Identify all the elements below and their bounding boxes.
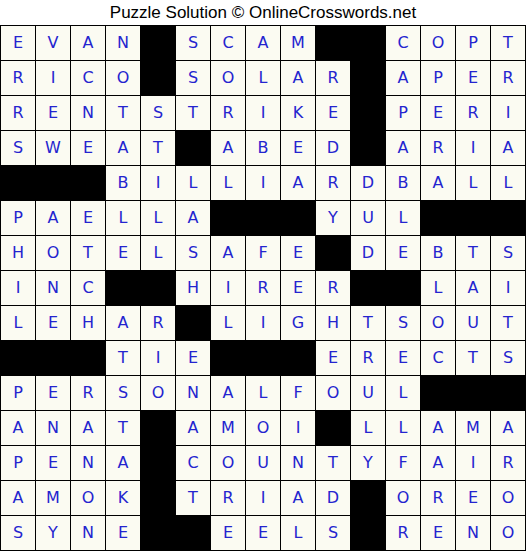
letter-cell: R [316, 61, 351, 96]
letter-cell: O [421, 306, 456, 341]
crossword-grid: EVANSCAMCOPTRICOSOLARAPERRENTSTRIKEPERIS… [0, 25, 526, 551]
letter-cell: D [316, 481, 351, 516]
black-cell [141, 26, 176, 61]
letter-cell: A [176, 411, 211, 446]
letter-cell: C [421, 341, 456, 376]
black-cell [316, 26, 351, 61]
letter-cell: L [386, 376, 421, 411]
letter-cell: A [281, 61, 316, 96]
letter-cell: C [71, 271, 106, 306]
letter-cell: I [456, 446, 491, 481]
letter-cell: R [386, 516, 421, 551]
letter-cell: T [491, 26, 526, 61]
letter-cell: I [491, 271, 526, 306]
black-cell [456, 376, 491, 411]
letter-cell: E [1, 26, 36, 61]
letter-cell: E [456, 61, 491, 96]
black-cell [246, 341, 281, 376]
letter-cell: A [36, 201, 71, 236]
letter-cell: N [36, 411, 71, 446]
black-cell [351, 271, 386, 306]
letter-cell: B [386, 166, 421, 201]
letter-cell: E [421, 516, 456, 551]
black-cell [491, 201, 526, 236]
letter-cell: I [281, 411, 316, 446]
letter-cell: S [316, 516, 351, 551]
letter-cell: P [1, 376, 36, 411]
letter-cell: N [456, 516, 491, 551]
letter-cell: U [351, 201, 386, 236]
black-cell [176, 131, 211, 166]
letter-cell: I [36, 61, 71, 96]
black-cell [1, 166, 36, 201]
letter-cell: I [211, 271, 246, 306]
black-cell [141, 516, 176, 551]
letter-cell: R [351, 341, 386, 376]
letter-cell: B [106, 166, 141, 201]
letter-cell: N [36, 271, 71, 306]
letter-cell: H [1, 236, 36, 271]
letter-cell: E [281, 236, 316, 271]
letter-cell: A [246, 26, 281, 61]
page-title: Puzzle Solution © OnlineCrosswords.net [110, 3, 416, 23]
letter-cell: L [141, 201, 176, 236]
letter-cell: E [281, 131, 316, 166]
letter-cell: C [176, 446, 211, 481]
letter-cell: O [246, 411, 281, 446]
letter-cell: A [1, 411, 36, 446]
letter-cell: S [106, 376, 141, 411]
letter-cell: E [36, 96, 71, 131]
letter-cell: M [281, 26, 316, 61]
letter-cell: P [386, 96, 421, 131]
letter-cell: R [1, 61, 36, 96]
black-cell [141, 481, 176, 516]
letter-cell: A [281, 166, 316, 201]
letter-cell: T [491, 306, 526, 341]
letter-cell: A [386, 61, 421, 96]
letter-cell: A [421, 411, 456, 446]
letter-cell: A [386, 131, 421, 166]
letter-cell: O [211, 446, 246, 481]
letter-cell: T [176, 96, 211, 131]
crossword-solution-page: Puzzle Solution © OnlineCrosswords.net E… [0, 0, 526, 551]
letter-cell: L [1, 306, 36, 341]
letter-cell: K [106, 481, 141, 516]
black-cell [176, 516, 211, 551]
black-cell [246, 201, 281, 236]
letter-cell: F [281, 376, 316, 411]
letter-cell: T [106, 411, 141, 446]
letter-cell: B [246, 131, 281, 166]
letter-cell: R [1, 96, 36, 131]
letter-cell: S [491, 341, 526, 376]
black-cell [421, 376, 456, 411]
black-cell [211, 201, 246, 236]
letter-cell: R [316, 166, 351, 201]
letter-cell: N [106, 26, 141, 61]
letter-cell: D [351, 166, 386, 201]
letter-cell: A [1, 481, 36, 516]
letter-cell: O [386, 481, 421, 516]
black-cell [316, 236, 351, 271]
letter-cell: R [421, 131, 456, 166]
letter-cell: A [281, 481, 316, 516]
black-cell [351, 61, 386, 96]
letter-cell: P [456, 26, 491, 61]
letter-cell: R [141, 306, 176, 341]
letter-cell: S [386, 306, 421, 341]
letter-cell: M [211, 411, 246, 446]
letter-cell: R [211, 96, 246, 131]
letter-cell: T [456, 236, 491, 271]
letter-cell: T [106, 341, 141, 376]
letter-cell: H [176, 271, 211, 306]
letter-cell: T [106, 96, 141, 131]
letter-cell: L [386, 201, 421, 236]
letter-cell: E [36, 306, 71, 341]
letter-cell: A [211, 376, 246, 411]
letter-cell: P [1, 446, 36, 481]
letter-cell: R [316, 271, 351, 306]
letter-cell: E [211, 516, 246, 551]
letter-cell: E [421, 96, 456, 131]
letter-cell: U [456, 306, 491, 341]
letter-cell: L [246, 376, 281, 411]
letter-cell: U [246, 446, 281, 481]
letter-cell: D [316, 131, 351, 166]
letter-cell: E [281, 271, 316, 306]
black-cell [211, 341, 246, 376]
letter-cell: R [246, 271, 281, 306]
letter-cell: Y [351, 446, 386, 481]
letter-cell: M [456, 411, 491, 446]
letter-cell: C [71, 61, 106, 96]
letter-cell: I [1, 271, 36, 306]
letter-cell: C [386, 26, 421, 61]
letter-cell: L [211, 306, 246, 341]
letter-cell: G [281, 306, 316, 341]
letter-cell: A [421, 166, 456, 201]
letter-cell: R [456, 96, 491, 131]
letter-cell: U [351, 376, 386, 411]
letter-cell: A [106, 131, 141, 166]
black-cell [141, 411, 176, 446]
letter-cell: L [106, 201, 141, 236]
letter-cell: A [106, 446, 141, 481]
letter-cell: R [211, 481, 246, 516]
letter-cell: A [491, 131, 526, 166]
letter-cell: L [211, 166, 246, 201]
letter-cell: H [316, 306, 351, 341]
black-cell [71, 166, 106, 201]
letter-cell: A [106, 306, 141, 341]
letter-cell: S [1, 131, 36, 166]
letter-cell: N [281, 446, 316, 481]
letter-cell: E [71, 131, 106, 166]
letter-cell: L [491, 166, 526, 201]
letter-cell: D [351, 236, 386, 271]
letter-cell: A [71, 26, 106, 61]
letter-cell: N [71, 96, 106, 131]
letter-cell: F [246, 236, 281, 271]
letter-cell: Y [36, 516, 71, 551]
letter-cell: I [246, 166, 281, 201]
letter-cell: E [36, 446, 71, 481]
letter-cell: L [141, 236, 176, 271]
letter-cell: T [71, 236, 106, 271]
letter-cell: O [106, 61, 141, 96]
letter-cell: I [491, 96, 526, 131]
letter-cell: W [36, 131, 71, 166]
letter-cell: E [386, 341, 421, 376]
letter-cell: E [316, 96, 351, 131]
black-cell [281, 341, 316, 376]
letter-cell: M [36, 481, 71, 516]
letter-cell: B [421, 236, 456, 271]
letter-cell: N [176, 376, 211, 411]
letter-cell: P [1, 201, 36, 236]
letter-cell: C [211, 26, 246, 61]
letter-cell: I [246, 481, 281, 516]
letter-cell: L [386, 411, 421, 446]
black-cell [71, 341, 106, 376]
letter-cell: A [456, 271, 491, 306]
letter-cell: A [71, 411, 106, 446]
letter-cell: S [1, 516, 36, 551]
letter-cell: T [456, 341, 491, 376]
letter-cell: N [71, 516, 106, 551]
letter-cell: I [456, 131, 491, 166]
letter-cell: S [176, 26, 211, 61]
black-cell [36, 341, 71, 376]
letter-cell: E [316, 341, 351, 376]
letter-cell: L [351, 411, 386, 446]
black-cell [491, 376, 526, 411]
letter-cell: S [176, 61, 211, 96]
black-cell [421, 201, 456, 236]
black-cell [386, 271, 421, 306]
letter-cell: E [386, 236, 421, 271]
letter-cell: O [421, 26, 456, 61]
letter-cell: I [246, 96, 281, 131]
black-cell [351, 26, 386, 61]
letter-cell: I [141, 166, 176, 201]
letter-cell: S [141, 96, 176, 131]
letter-cell: L [281, 516, 316, 551]
letter-cell: E [71, 201, 106, 236]
letter-cell: E [246, 516, 281, 551]
letter-cell: P [421, 61, 456, 96]
letter-cell: O [491, 481, 526, 516]
letter-cell: K [281, 96, 316, 131]
black-cell [351, 516, 386, 551]
letter-cell: O [71, 481, 106, 516]
black-cell [456, 201, 491, 236]
black-cell [141, 271, 176, 306]
letter-cell: O [211, 61, 246, 96]
letter-cell: T [351, 306, 386, 341]
letter-cell: O [36, 236, 71, 271]
letter-cell: L [176, 166, 211, 201]
black-cell [36, 166, 71, 201]
letter-cell: F [386, 446, 421, 481]
black-cell [351, 96, 386, 131]
black-cell [281, 201, 316, 236]
black-cell [1, 341, 36, 376]
letter-cell: E [106, 516, 141, 551]
letter-cell: L [246, 61, 281, 96]
letter-cell: I [141, 341, 176, 376]
black-cell [316, 411, 351, 446]
letter-cell: T [176, 481, 211, 516]
letter-cell: A [211, 236, 246, 271]
letter-cell: R [491, 446, 526, 481]
letter-cell: L [456, 166, 491, 201]
letter-cell: Y [316, 201, 351, 236]
letter-cell: E [106, 236, 141, 271]
letter-cell: O [491, 516, 526, 551]
letter-cell: H [71, 306, 106, 341]
letter-cell: S [176, 236, 211, 271]
letter-cell: T [141, 131, 176, 166]
letter-cell: E [36, 376, 71, 411]
letter-cell: R [71, 376, 106, 411]
letter-cell: R [421, 481, 456, 516]
title-bar: Puzzle Solution © OnlineCrosswords.net [0, 0, 526, 25]
letter-cell: T [316, 446, 351, 481]
letter-cell: E [456, 481, 491, 516]
letter-cell: A [421, 446, 456, 481]
black-cell [176, 306, 211, 341]
black-cell [141, 446, 176, 481]
letter-cell: A [491, 411, 526, 446]
letter-cell: A [211, 131, 246, 166]
letter-cell: O [141, 376, 176, 411]
letter-cell: A [176, 201, 211, 236]
letter-cell: S [491, 236, 526, 271]
letter-cell: R [491, 61, 526, 96]
black-cell [351, 481, 386, 516]
letter-cell: N [71, 446, 106, 481]
letter-cell: O [316, 376, 351, 411]
black-cell [351, 131, 386, 166]
black-cell [141, 61, 176, 96]
letter-cell: V [36, 26, 71, 61]
letter-cell: E [176, 341, 211, 376]
black-cell [106, 271, 141, 306]
letter-cell: L [421, 271, 456, 306]
letter-cell: I [246, 306, 281, 341]
